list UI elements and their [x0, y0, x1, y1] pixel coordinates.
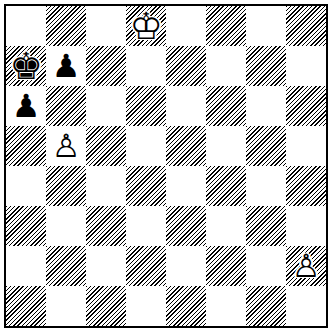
square-f7[interactable]: [206, 46, 246, 86]
square-g3[interactable]: [246, 206, 286, 246]
square-c2[interactable]: [86, 246, 126, 286]
square-g2[interactable]: [246, 246, 286, 286]
square-d3[interactable]: [126, 206, 166, 246]
square-e1[interactable]: [166, 286, 206, 326]
square-h2[interactable]: ♟♙: [286, 246, 326, 286]
square-f3[interactable]: [206, 206, 246, 246]
square-c6[interactable]: [86, 86, 126, 126]
square-e2[interactable]: [166, 246, 206, 286]
square-h1[interactable]: [286, 286, 326, 326]
black-king-icon: ♚: [6, 46, 46, 86]
square-h7[interactable]: [286, 46, 326, 86]
square-h4[interactable]: [286, 166, 326, 206]
square-d6[interactable]: [126, 86, 166, 126]
square-d5[interactable]: [126, 126, 166, 166]
square-f2[interactable]: [206, 246, 246, 286]
black-pawn-icon: ♟: [46, 46, 86, 86]
square-b2[interactable]: [46, 246, 86, 286]
square-b5[interactable]: ♟♙: [46, 126, 86, 166]
square-a3[interactable]: [6, 206, 46, 246]
square-b6[interactable]: [46, 86, 86, 126]
square-e8[interactable]: [166, 6, 206, 46]
square-b7[interactable]: ♟: [46, 46, 86, 86]
square-a7[interactable]: ♚: [6, 46, 46, 86]
square-c4[interactable]: [86, 166, 126, 206]
square-e5[interactable]: [166, 126, 206, 166]
square-a4[interactable]: [6, 166, 46, 206]
square-g7[interactable]: [246, 46, 286, 86]
square-e3[interactable]: [166, 206, 206, 246]
square-g1[interactable]: [246, 286, 286, 326]
square-h8[interactable]: [286, 6, 326, 46]
square-c5[interactable]: [86, 126, 126, 166]
square-d2[interactable]: [126, 246, 166, 286]
square-c7[interactable]: [86, 46, 126, 86]
square-f8[interactable]: [206, 6, 246, 46]
white-pawn-icon: ♟♙: [46, 126, 86, 166]
square-f5[interactable]: [206, 126, 246, 166]
square-d4[interactable]: [126, 166, 166, 206]
square-e6[interactable]: [166, 86, 206, 126]
square-a2[interactable]: [6, 246, 46, 286]
square-g8[interactable]: [246, 6, 286, 46]
square-b3[interactable]: [46, 206, 86, 246]
square-a1[interactable]: [6, 286, 46, 326]
square-a8[interactable]: [6, 6, 46, 46]
square-g6[interactable]: [246, 86, 286, 126]
square-d8[interactable]: ♚♔: [126, 6, 166, 46]
white-king-icon: ♚♔: [126, 6, 166, 46]
square-f6[interactable]: [206, 86, 246, 126]
white-pawn-icon: ♟♙: [286, 246, 326, 286]
square-b8[interactable]: [46, 6, 86, 46]
square-c3[interactable]: [86, 206, 126, 246]
square-c1[interactable]: [86, 286, 126, 326]
square-g5[interactable]: [246, 126, 286, 166]
square-g4[interactable]: [246, 166, 286, 206]
chess-diagram: ♚♔♚♟♟♟♙♟♙: [0, 0, 332, 332]
chess-board: ♚♔♚♟♟♟♙♟♙: [6, 6, 326, 326]
square-e4[interactable]: [166, 166, 206, 206]
black-pawn-icon: ♟: [6, 86, 46, 126]
square-f4[interactable]: [206, 166, 246, 206]
board-frame: ♚♔♚♟♟♟♙♟♙: [4, 4, 328, 328]
square-b4[interactable]: [46, 166, 86, 206]
square-a6[interactable]: ♟: [6, 86, 46, 126]
square-h3[interactable]: [286, 206, 326, 246]
square-d7[interactable]: [126, 46, 166, 86]
square-e7[interactable]: [166, 46, 206, 86]
square-c8[interactable]: [86, 6, 126, 46]
square-d1[interactable]: [126, 286, 166, 326]
square-b1[interactable]: [46, 286, 86, 326]
square-h6[interactable]: [286, 86, 326, 126]
square-h5[interactable]: [286, 126, 326, 166]
square-f1[interactable]: [206, 286, 246, 326]
square-a5[interactable]: [6, 126, 46, 166]
